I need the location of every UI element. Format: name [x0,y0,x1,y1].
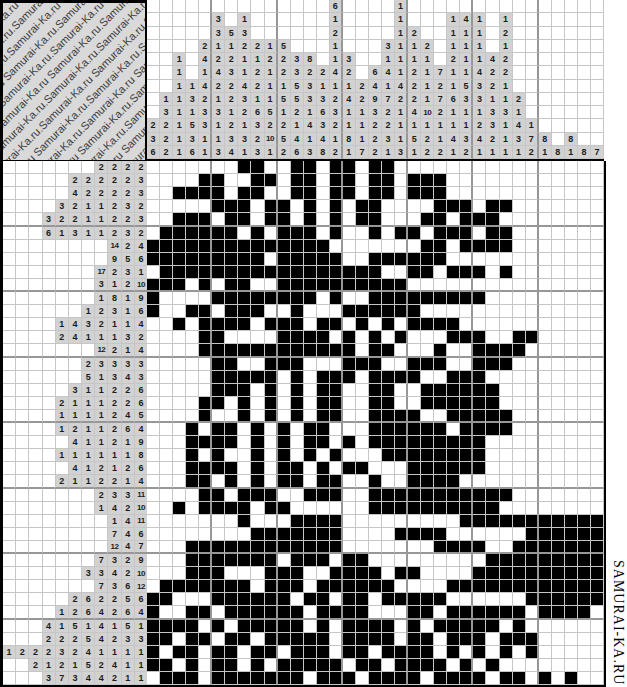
grid-cell-empty[interactable] [421,227,434,240]
grid-cell-empty[interactable] [330,593,343,606]
grid-cell-empty[interactable] [526,672,539,685]
grid-cell-empty[interactable] [147,580,160,593]
grid-cell-filled[interactable] [421,358,434,371]
grid-cell-filled[interactable] [173,279,186,292]
grid-cell-filled[interactable] [212,200,225,213]
grid-cell-filled[interactable] [565,567,578,580]
grid-cell-filled[interactable] [343,174,356,187]
grid-cell-filled[interactable] [369,567,382,580]
grid-cell-filled[interactable] [473,567,486,580]
grid-cell-empty[interactable] [421,279,434,292]
grid-cell-empty[interactable] [395,554,408,567]
grid-cell-filled[interactable] [225,344,238,357]
grid-cell-empty[interactable] [552,489,565,502]
grid-cell-empty[interactable] [539,462,552,475]
grid-cell-empty[interactable] [421,554,434,567]
grid-cell-empty[interactable] [343,227,356,240]
grid-cell-filled[interactable] [186,227,199,240]
grid-cell-filled[interactable] [265,266,278,279]
grid-cell-empty[interactable] [147,475,160,488]
grid-cell-empty[interactable] [317,292,330,305]
grid-cell-empty[interactable] [173,331,186,344]
grid-cell-filled[interactable] [356,318,369,331]
grid-cell-filled[interactable] [251,672,264,685]
grid-cell-filled[interactable] [278,318,291,331]
grid-cell-filled[interactable] [225,646,238,659]
grid-cell-empty[interactable] [513,161,526,174]
grid-cell-filled[interactable] [447,620,460,633]
grid-cell-filled[interactable] [225,672,238,685]
grid-cell-filled[interactable] [500,489,513,502]
grid-cell-filled[interactable] [251,174,264,187]
grid-cell-filled[interactable] [408,292,421,305]
grid-cell-empty[interactable] [160,449,173,462]
grid-cell-filled[interactable] [212,331,225,344]
grid-cell-filled[interactable] [265,593,278,606]
grid-cell-empty[interactable] [591,475,604,488]
grid-cell-filled[interactable] [251,187,264,200]
grid-cell-empty[interactable] [486,633,499,646]
grid-cell-filled[interactable] [408,567,421,580]
grid-cell-empty[interactable] [160,515,173,528]
grid-cell-empty[interactable] [147,423,160,436]
grid-cell-empty[interactable] [539,371,552,384]
grid-cell-empty[interactable] [199,292,212,305]
grid-cell-filled[interactable] [173,646,186,659]
grid-cell-filled[interactable] [408,227,421,240]
grid-cell-empty[interactable] [513,318,526,331]
grid-cell-empty[interactable] [186,331,199,344]
grid-cell-filled[interactable] [447,200,460,213]
grid-cell-filled[interactable] [513,672,526,685]
grid-cell-empty[interactable] [500,541,513,554]
grid-cell-empty[interactable] [591,331,604,344]
grid-cell-filled[interactable] [434,213,447,226]
grid-cell-empty[interactable] [565,161,578,174]
grid-cell-empty[interactable] [408,279,421,292]
grid-cell-filled[interactable] [486,554,499,567]
grid-cell-filled[interactable] [251,240,264,253]
grid-cell-filled[interactable] [343,161,356,174]
grid-cell-empty[interactable] [173,554,186,567]
grid-cell-filled[interactable] [265,200,278,213]
grid-cell-filled[interactable] [500,344,513,357]
grid-cell-empty[interactable] [526,200,539,213]
grid-cell-filled[interactable] [225,279,238,292]
grid-cell-filled[interactable] [225,423,238,436]
grid-cell-empty[interactable] [265,449,278,462]
grid-cell-empty[interactable] [500,384,513,397]
grid-cell-filled[interactable] [382,633,395,646]
grid-cell-empty[interactable] [173,344,186,357]
grid-cell-filled[interactable] [526,541,539,554]
grid-cell-filled[interactable] [539,528,552,541]
grid-cell-filled[interactable] [369,659,382,672]
grid-cell-empty[interactable] [591,384,604,397]
grid-cell-empty[interactable] [513,475,526,488]
grid-cell-filled[interactable] [186,580,199,593]
grid-cell-filled[interactable] [552,541,565,554]
grid-cell-filled[interactable] [486,384,499,397]
grid-cell-filled[interactable] [486,227,499,240]
grid-cell-empty[interactable] [408,213,421,226]
grid-cell-filled[interactable] [513,331,526,344]
grid-cell-filled[interactable] [278,331,291,344]
grid-cell-filled[interactable] [317,489,330,502]
grid-cell-filled[interactable] [173,502,186,515]
grid-cell-filled[interactable] [147,633,160,646]
grid-cell-filled[interactable] [317,580,330,593]
grid-cell-filled[interactable] [447,502,460,515]
grid-cell-empty[interactable] [160,371,173,384]
grid-cell-filled[interactable] [578,580,591,593]
grid-cell-empty[interactable] [356,344,369,357]
grid-cell-filled[interactable] [212,397,225,410]
grid-cell-filled[interactable] [212,502,225,515]
grid-cell-empty[interactable] [552,187,565,200]
grid-cell-filled[interactable] [460,410,473,423]
grid-cell-filled[interactable] [212,462,225,475]
grid-cell-filled[interactable] [421,502,434,515]
grid-cell-filled[interactable] [382,187,395,200]
grid-cell-empty[interactable] [251,213,264,226]
grid-cell-empty[interactable] [160,292,173,305]
grid-cell-filled[interactable] [199,279,212,292]
grid-cell-filled[interactable] [212,371,225,384]
grid-cell-filled[interactable] [447,436,460,449]
grid-cell-empty[interactable] [552,200,565,213]
grid-cell-filled[interactable] [434,502,447,515]
grid-cell-empty[interactable] [552,449,565,462]
grid-cell-filled[interactable] [265,528,278,541]
grid-cell-filled[interactable] [317,593,330,606]
grid-cell-filled[interactable] [225,593,238,606]
grid-cell-empty[interactable] [591,240,604,253]
grid-cell-filled[interactable] [408,646,421,659]
grid-cell-filled[interactable] [291,331,304,344]
grid-cell-filled[interactable] [278,227,291,240]
grid-cell-filled[interactable] [212,174,225,187]
grid-cell-filled[interactable] [473,449,486,462]
grid-cell-empty[interactable] [330,358,343,371]
grid-cell-filled[interactable] [186,659,199,672]
grid-cell-empty[interactable] [160,213,173,226]
grid-cell-empty[interactable] [173,174,186,187]
grid-cell-filled[interactable] [212,292,225,305]
grid-cell-filled[interactable] [369,213,382,226]
grid-cell-filled[interactable] [173,213,186,226]
grid-cell-filled[interactable] [526,646,539,659]
grid-cell-empty[interactable] [578,436,591,449]
grid-cell-empty[interactable] [591,161,604,174]
grid-cell-empty[interactable] [500,292,513,305]
grid-cell-filled[interactable] [460,606,473,619]
grid-cell-filled[interactable] [552,567,565,580]
grid-cell-empty[interactable] [500,620,513,633]
grid-cell-filled[interactable] [434,187,447,200]
grid-cell-filled[interactable] [160,580,173,593]
grid-cell-empty[interactable] [539,620,552,633]
grid-cell-empty[interactable] [500,502,513,515]
grid-cell-empty[interactable] [552,397,565,410]
grid-cell-empty[interactable] [552,475,565,488]
grid-cell-empty[interactable] [591,462,604,475]
grid-cell-empty[interactable] [356,253,369,266]
grid-cell-filled[interactable] [526,331,539,344]
grid-cell-filled[interactable] [278,672,291,685]
grid-cell-empty[interactable] [539,475,552,488]
grid-cell-filled[interactable] [369,187,382,200]
grid-cell-filled[interactable] [369,371,382,384]
grid-cell-empty[interactable] [552,279,565,292]
grid-cell-filled[interactable] [199,213,212,226]
grid-cell-empty[interactable] [578,174,591,187]
grid-cell-filled[interactable] [408,633,421,646]
grid-cell-filled[interactable] [421,462,434,475]
grid-cell-filled[interactable] [225,227,238,240]
grid-cell-filled[interactable] [278,462,291,475]
grid-cell-filled[interactable] [330,449,343,462]
grid-cell-empty[interactable] [539,213,552,226]
grid-cell-empty[interactable] [526,620,539,633]
grid-cell-filled[interactable] [434,449,447,462]
grid-cell-filled[interactable] [460,331,473,344]
grid-cell-filled[interactable] [460,292,473,305]
grid-cell-empty[interactable] [460,253,473,266]
grid-cell-empty[interactable] [539,279,552,292]
grid-cell-empty[interactable] [539,174,552,187]
grid-cell-empty[interactable] [278,397,291,410]
grid-cell-empty[interactable] [591,449,604,462]
grid-cell-empty[interactable] [578,449,591,462]
grid-cell-filled[interactable] [382,305,395,318]
grid-cell-filled[interactable] [382,672,395,685]
grid-cell-filled[interactable] [317,659,330,672]
grid-cell-filled[interactable] [343,187,356,200]
grid-cell-filled[interactable] [395,305,408,318]
grid-cell-empty[interactable] [343,423,356,436]
grid-cell-empty[interactable] [591,646,604,659]
grid-cell-empty[interactable] [447,187,460,200]
grid-cell-filled[interactable] [395,489,408,502]
grid-cell-empty[interactable] [447,659,460,672]
grid-cell-filled[interactable] [291,305,304,318]
grid-cell-empty[interactable] [173,410,186,423]
grid-cell-empty[interactable] [526,462,539,475]
grid-cell-empty[interactable] [395,633,408,646]
grid-cell-empty[interactable] [434,279,447,292]
grid-cell-empty[interactable] [304,305,317,318]
grid-cell-empty[interactable] [591,318,604,331]
grid-cell-filled[interactable] [317,528,330,541]
grid-cell-filled[interactable] [552,515,565,528]
grid-cell-empty[interactable] [251,279,264,292]
grid-cell-filled[interactable] [317,646,330,659]
grid-cell-empty[interactable] [513,187,526,200]
grid-cell-filled[interactable] [356,620,369,633]
grid-cell-empty[interactable] [447,358,460,371]
grid-cell-empty[interactable] [552,266,565,279]
grid-cell-filled[interactable] [238,672,251,685]
grid-cell-empty[interactable] [500,593,513,606]
grid-cell-empty[interactable] [513,240,526,253]
grid-cell-filled[interactable] [186,541,199,554]
grid-cell-filled[interactable] [369,161,382,174]
grid-cell-empty[interactable] [251,397,264,410]
grid-cell-filled[interactable] [291,279,304,292]
grid-cell-filled[interactable] [408,449,421,462]
grid-cell-filled[interactable] [356,593,369,606]
grid-cell-empty[interactable] [356,227,369,240]
grid-cell-empty[interactable] [330,240,343,253]
grid-cell-empty[interactable] [369,646,382,659]
grid-cell-filled[interactable] [552,554,565,567]
grid-cell-filled[interactable] [317,410,330,423]
grid-cell-filled[interactable] [434,489,447,502]
grid-cell-filled[interactable] [539,606,552,619]
grid-cell-filled[interactable] [186,449,199,462]
grid-cell-filled[interactable] [447,475,460,488]
grid-cell-empty[interactable] [356,187,369,200]
grid-cell-filled[interactable] [251,449,264,462]
grid-cell-filled[interactable] [395,502,408,515]
grid-cell-empty[interactable] [460,318,473,331]
grid-cell-filled[interactable] [382,620,395,633]
grid-cell-filled[interactable] [343,633,356,646]
grid-cell-filled[interactable] [291,187,304,200]
grid-cell-filled[interactable] [486,515,499,528]
grid-cell-empty[interactable] [343,397,356,410]
grid-cell-empty[interactable] [173,305,186,318]
grid-cell-filled[interactable] [291,541,304,554]
grid-cell-filled[interactable] [447,541,460,554]
grid-cell-empty[interactable] [578,659,591,672]
grid-cell-empty[interactable] [225,331,238,344]
grid-cell-empty[interactable] [486,253,499,266]
grid-cell-filled[interactable] [278,502,291,515]
grid-cell-filled[interactable] [238,240,251,253]
grid-cell-empty[interactable] [160,200,173,213]
grid-cell-empty[interactable] [160,358,173,371]
grid-cell-empty[interactable] [552,633,565,646]
grid-cell-filled[interactable] [317,371,330,384]
grid-cell-filled[interactable] [291,659,304,672]
grid-cell-empty[interactable] [447,279,460,292]
grid-cell-empty[interactable] [147,187,160,200]
grid-cell-empty[interactable] [486,371,499,384]
grid-cell-filled[interactable] [212,554,225,567]
grid-cell-filled[interactable] [473,515,486,528]
grid-cell-filled[interactable] [330,227,343,240]
grid-cell-filled[interactable] [343,646,356,659]
grid-cell-empty[interactable] [473,318,486,331]
grid-cell-empty[interactable] [578,227,591,240]
grid-cell-empty[interactable] [265,436,278,449]
grid-cell-filled[interactable] [291,227,304,240]
grid-cell-filled[interactable] [304,253,317,266]
grid-cell-filled[interactable] [173,227,186,240]
grid-cell-filled[interactable] [408,318,421,331]
grid-cell-empty[interactable] [513,528,526,541]
grid-cell-empty[interactable] [160,331,173,344]
grid-cell-filled[interactable] [408,672,421,685]
grid-cell-empty[interactable] [421,371,434,384]
grid-cell-filled[interactable] [408,187,421,200]
grid-cell-empty[interactable] [382,266,395,279]
grid-cell-empty[interactable] [565,489,578,502]
grid-cell-empty[interactable] [186,502,199,515]
grid-cell-empty[interactable] [513,213,526,226]
grid-cell-empty[interactable] [304,580,317,593]
grid-cell-empty[interactable] [526,423,539,436]
grid-cell-filled[interactable] [173,266,186,279]
grid-cell-filled[interactable] [473,344,486,357]
grid-cell-empty[interactable] [447,344,460,357]
grid-cell-filled[interactable] [330,541,343,554]
grid-cell-filled[interactable] [212,240,225,253]
grid-cell-empty[interactable] [513,227,526,240]
grid-cell-filled[interactable] [513,541,526,554]
grid-cell-empty[interactable] [395,580,408,593]
grid-cell-empty[interactable] [160,528,173,541]
grid-cell-filled[interactable] [473,541,486,554]
grid-cell-filled[interactable] [186,187,199,200]
grid-cell-filled[interactable] [500,672,513,685]
grid-cell-filled[interactable] [238,200,251,213]
grid-cell-filled[interactable] [382,449,395,462]
grid-cell-filled[interactable] [304,344,317,357]
grid-cell-empty[interactable] [147,200,160,213]
grid-cell-filled[interactable] [304,528,317,541]
grid-cell-empty[interactable] [513,358,526,371]
grid-cell-empty[interactable] [486,187,499,200]
grid-cell-filled[interactable] [513,554,526,567]
grid-cell-filled[interactable] [330,384,343,397]
grid-cell-filled[interactable] [238,410,251,423]
grid-cell-empty[interactable] [317,227,330,240]
grid-cell-filled[interactable] [434,436,447,449]
grid-cell-filled[interactable] [199,266,212,279]
grid-cell-empty[interactable] [317,161,330,174]
grid-cell-filled[interactable] [369,331,382,344]
grid-cell-filled[interactable] [473,606,486,619]
grid-cell-filled[interactable] [434,318,447,331]
grid-cell-filled[interactable] [486,397,499,410]
grid-cell-empty[interactable] [317,174,330,187]
grid-cell-empty[interactable] [238,227,251,240]
grid-cell-filled[interactable] [317,240,330,253]
grid-cell-empty[interactable] [526,240,539,253]
grid-cell-empty[interactable] [460,567,473,580]
grid-cell-filled[interactable] [369,489,382,502]
grid-cell-filled[interactable] [382,161,395,174]
grid-cell-filled[interactable] [421,528,434,541]
grid-cell-empty[interactable] [265,161,278,174]
grid-cell-empty[interactable] [513,200,526,213]
grid-cell-empty[interactable] [408,384,421,397]
grid-cell-filled[interactable] [343,620,356,633]
grid-cell-filled[interactable] [343,305,356,318]
grid-cell-empty[interactable] [395,358,408,371]
grid-cell-empty[interactable] [173,489,186,502]
grid-cell-filled[interactable] [147,292,160,305]
grid-cell-filled[interactable] [343,344,356,357]
grid-cell-empty[interactable] [578,646,591,659]
grid-cell-filled[interactable] [265,292,278,305]
grid-cell-filled[interactable] [434,384,447,397]
grid-cell-empty[interactable] [356,423,369,436]
grid-cell-empty[interactable] [552,240,565,253]
